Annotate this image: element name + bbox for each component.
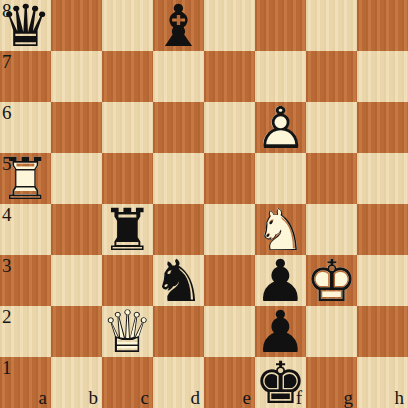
square-c8[interactable] xyxy=(102,0,153,51)
square-d1[interactable]: d xyxy=(153,357,204,408)
square-c7[interactable] xyxy=(102,51,153,102)
file-label-d: d xyxy=(191,388,201,407)
square-f6[interactable]: ♟♙ xyxy=(255,102,306,153)
square-b5[interactable] xyxy=(51,153,102,204)
black-rook-glyph: ♜ xyxy=(102,204,153,255)
file-label-h: h xyxy=(395,388,405,407)
piece-black-bishop[interactable]: ♝ xyxy=(153,0,204,51)
square-d6[interactable] xyxy=(153,102,204,153)
chess-board: 8♛♝76♟♙5♜♖4♜♞♘3♞♟♚♔2♛♕♟1abcdef♚gh xyxy=(0,0,408,408)
file-label-c: c xyxy=(141,388,149,407)
square-h5[interactable] xyxy=(357,153,408,204)
piece-black-rook[interactable]: ♜ xyxy=(102,204,153,255)
square-g6[interactable] xyxy=(306,102,357,153)
square-c2[interactable]: ♛♕ xyxy=(102,306,153,357)
black-knight-glyph: ♞ xyxy=(153,255,204,306)
rank-label-2: 2 xyxy=(2,307,12,326)
piece-white-queen[interactable]: ♛♕ xyxy=(102,306,153,357)
rank-label-5: 5 xyxy=(2,154,12,173)
square-h7[interactable] xyxy=(357,51,408,102)
square-e7[interactable] xyxy=(204,51,255,102)
square-h3[interactable] xyxy=(357,255,408,306)
square-e5[interactable] xyxy=(204,153,255,204)
rank-label-1: 1 xyxy=(2,358,12,377)
square-g3[interactable]: ♚♔ xyxy=(306,255,357,306)
square-b8[interactable] xyxy=(51,0,102,51)
square-g5[interactable] xyxy=(306,153,357,204)
square-a2[interactable]: 2 xyxy=(0,306,51,357)
square-g1[interactable]: g xyxy=(306,357,357,408)
square-d8[interactable]: ♝ xyxy=(153,0,204,51)
square-b3[interactable] xyxy=(51,255,102,306)
square-g7[interactable] xyxy=(306,51,357,102)
square-a1[interactable]: 1a xyxy=(0,357,51,408)
square-e4[interactable] xyxy=(204,204,255,255)
square-b6[interactable] xyxy=(51,102,102,153)
square-b7[interactable] xyxy=(51,51,102,102)
square-c4[interactable]: ♜ xyxy=(102,204,153,255)
square-a5[interactable]: 5♜♖ xyxy=(0,153,51,204)
square-f8[interactable] xyxy=(255,0,306,51)
white-queen-outline-glyph: ♕ xyxy=(102,306,153,357)
rank-label-4: 4 xyxy=(2,205,12,224)
square-c6[interactable] xyxy=(102,102,153,153)
square-a8[interactable]: 8♛ xyxy=(0,0,51,51)
piece-white-pawn[interactable]: ♟♙ xyxy=(255,102,306,153)
rank-label-7: 7 xyxy=(2,52,12,71)
square-e1[interactable]: e xyxy=(204,357,255,408)
square-b1[interactable]: b xyxy=(51,357,102,408)
square-b4[interactable] xyxy=(51,204,102,255)
square-a3[interactable]: 3 xyxy=(0,255,51,306)
square-e6[interactable] xyxy=(204,102,255,153)
rank-label-3: 3 xyxy=(2,256,12,275)
square-h6[interactable] xyxy=(357,102,408,153)
square-f1[interactable]: f♚ xyxy=(255,357,306,408)
file-label-e: e xyxy=(243,388,251,407)
square-g8[interactable] xyxy=(306,0,357,51)
square-e8[interactable] xyxy=(204,0,255,51)
square-e2[interactable] xyxy=(204,306,255,357)
file-label-g: g xyxy=(344,388,354,407)
square-d5[interactable] xyxy=(153,153,204,204)
file-label-a: a xyxy=(39,388,47,407)
rank-label-6: 6 xyxy=(2,103,12,122)
square-h4[interactable] xyxy=(357,204,408,255)
square-d3[interactable]: ♞ xyxy=(153,255,204,306)
square-h8[interactable] xyxy=(357,0,408,51)
piece-white-king[interactable]: ♚♔ xyxy=(306,255,357,306)
square-e3[interactable] xyxy=(204,255,255,306)
white-king-outline-glyph: ♔ xyxy=(306,255,357,306)
black-bishop-glyph: ♝ xyxy=(153,0,204,51)
square-b2[interactable] xyxy=(51,306,102,357)
file-label-f: f xyxy=(296,388,302,407)
white-pawn-outline-glyph: ♙ xyxy=(255,102,306,153)
square-h2[interactable] xyxy=(357,306,408,357)
rank-label-8: 8 xyxy=(2,1,12,20)
square-h1[interactable]: h xyxy=(357,357,408,408)
piece-black-knight[interactable]: ♞ xyxy=(153,255,204,306)
file-label-b: b xyxy=(89,388,99,407)
